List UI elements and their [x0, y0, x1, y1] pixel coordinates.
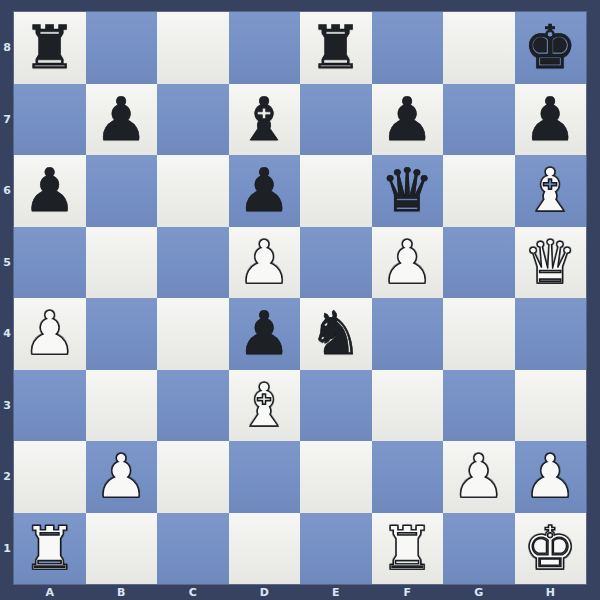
rank-label-6: 6 [0, 155, 14, 227]
square-e8[interactable]: ♜ [300, 12, 372, 84]
black-knight-piece[interactable]: ♞ [309, 298, 363, 369]
file-label-g: G [443, 584, 515, 600]
square-h5[interactable]: ♛ [515, 227, 587, 299]
file-label-c: C [157, 584, 229, 600]
square-b5[interactable] [86, 227, 158, 299]
square-a5[interactable] [14, 227, 86, 299]
square-b2[interactable]: ♟ [86, 441, 158, 513]
file-label-e: E [300, 584, 372, 600]
rank-label-5: 5 [0, 227, 14, 299]
black-pawn-piece[interactable]: ♟ [237, 155, 291, 226]
square-b4[interactable] [86, 298, 158, 370]
square-f8[interactable] [372, 12, 444, 84]
square-a8[interactable]: ♜ [14, 12, 86, 84]
black-pawn-piece[interactable]: ♟ [237, 298, 291, 369]
white-pawn-piece[interactable]: ♟ [23, 298, 77, 369]
square-c5[interactable] [157, 227, 229, 299]
square-b8[interactable] [86, 12, 158, 84]
square-d2[interactable] [229, 441, 301, 513]
square-e7[interactable] [300, 84, 372, 156]
square-h6[interactable]: ♝ [515, 155, 587, 227]
rank-label-7: 7 [0, 84, 14, 156]
black-bishop-piece[interactable]: ♝ [237, 84, 291, 155]
black-pawn-piece[interactable]: ♟ [94, 84, 148, 155]
square-c1[interactable] [157, 513, 229, 585]
square-f6[interactable]: ♛ [372, 155, 444, 227]
black-pawn-piece[interactable]: ♟ [23, 155, 77, 226]
square-d4[interactable]: ♟ [229, 298, 301, 370]
square-f7[interactable]: ♟ [372, 84, 444, 156]
chessboard-frame: 87654321 ABCDEFGH ♜♜♚♟♝♟♟♟♟♛♝♟♟♛♟♟♞♝♟♟♟♜… [0, 0, 600, 600]
square-d3[interactable]: ♝ [229, 370, 301, 442]
black-pawn-piece[interactable]: ♟ [380, 84, 434, 155]
file-labels: ABCDEFGH [14, 584, 586, 600]
chess-board: ♜♜♚♟♝♟♟♟♟♛♝♟♟♛♟♟♞♝♟♟♟♜♜♚ [14, 12, 586, 584]
square-d1[interactable] [229, 513, 301, 585]
square-h1[interactable]: ♚ [515, 513, 587, 585]
square-c8[interactable] [157, 12, 229, 84]
square-c4[interactable] [157, 298, 229, 370]
square-f5[interactable]: ♟ [372, 227, 444, 299]
square-h7[interactable]: ♟ [515, 84, 587, 156]
file-label-h: H [515, 584, 587, 600]
black-queen-piece[interactable]: ♛ [380, 155, 434, 226]
square-a4[interactable]: ♟ [14, 298, 86, 370]
white-pawn-piece[interactable]: ♟ [237, 227, 291, 298]
square-b7[interactable]: ♟ [86, 84, 158, 156]
square-f3[interactable] [372, 370, 444, 442]
square-h8[interactable]: ♚ [515, 12, 587, 84]
white-rook-piece[interactable]: ♜ [23, 513, 77, 584]
square-a7[interactable] [14, 84, 86, 156]
white-bishop-piece[interactable]: ♝ [237, 370, 291, 441]
square-f4[interactable] [372, 298, 444, 370]
rank-label-1: 1 [0, 513, 14, 585]
square-g2[interactable]: ♟ [443, 441, 515, 513]
square-g5[interactable] [443, 227, 515, 299]
white-bishop-piece[interactable]: ♝ [523, 155, 577, 226]
square-c6[interactable] [157, 155, 229, 227]
white-pawn-piece[interactable]: ♟ [452, 441, 506, 512]
black-king-piece[interactable]: ♚ [523, 12, 577, 83]
square-f2[interactable] [372, 441, 444, 513]
square-d8[interactable] [229, 12, 301, 84]
square-g8[interactable] [443, 12, 515, 84]
rank-label-3: 3 [0, 370, 14, 442]
white-pawn-piece[interactable]: ♟ [94, 441, 148, 512]
square-g1[interactable] [443, 513, 515, 585]
square-c3[interactable] [157, 370, 229, 442]
rank-label-2: 2 [0, 441, 14, 513]
square-b3[interactable] [86, 370, 158, 442]
black-pawn-piece[interactable]: ♟ [523, 84, 577, 155]
square-e6[interactable] [300, 155, 372, 227]
square-h2[interactable]: ♟ [515, 441, 587, 513]
square-d6[interactable]: ♟ [229, 155, 301, 227]
square-c2[interactable] [157, 441, 229, 513]
square-a6[interactable]: ♟ [14, 155, 86, 227]
square-a1[interactable]: ♜ [14, 513, 86, 585]
square-f1[interactable]: ♜ [372, 513, 444, 585]
white-pawn-piece[interactable]: ♟ [523, 441, 577, 512]
rank-label-8: 8 [0, 12, 14, 84]
rank-labels: 87654321 [0, 12, 14, 584]
white-queen-piece[interactable]: ♛ [523, 227, 577, 298]
square-d5[interactable]: ♟ [229, 227, 301, 299]
white-king-piece[interactable]: ♚ [523, 513, 577, 584]
black-rook-piece[interactable]: ♜ [23, 12, 77, 83]
rank-label-4: 4 [0, 298, 14, 370]
square-a2[interactable] [14, 441, 86, 513]
square-d7[interactable]: ♝ [229, 84, 301, 156]
square-c7[interactable] [157, 84, 229, 156]
square-b1[interactable] [86, 513, 158, 585]
file-label-f: F [372, 584, 444, 600]
white-rook-piece[interactable]: ♜ [380, 513, 434, 584]
black-rook-piece[interactable]: ♜ [309, 12, 363, 83]
square-g6[interactable] [443, 155, 515, 227]
square-a3[interactable] [14, 370, 86, 442]
square-e2[interactable] [300, 441, 372, 513]
file-label-d: D [229, 584, 301, 600]
square-g4[interactable] [443, 298, 515, 370]
square-e3[interactable] [300, 370, 372, 442]
square-b6[interactable] [86, 155, 158, 227]
square-e1[interactable] [300, 513, 372, 585]
white-pawn-piece[interactable]: ♟ [380, 227, 434, 298]
square-h4[interactable] [515, 298, 587, 370]
square-g3[interactable] [443, 370, 515, 442]
square-h3[interactable] [515, 370, 587, 442]
square-g7[interactable] [443, 84, 515, 156]
square-e5[interactable] [300, 227, 372, 299]
square-e4[interactable]: ♞ [300, 298, 372, 370]
file-label-b: B [86, 584, 158, 600]
file-label-a: A [14, 584, 86, 600]
